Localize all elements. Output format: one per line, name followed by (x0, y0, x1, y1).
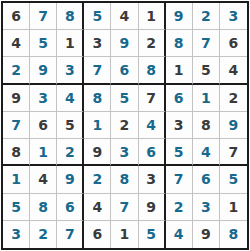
sudoku-app: 6785419234513928762937681549348576127651… (0, 0, 250, 251)
cell-r2c5[interactable]: 9 (111, 30, 138, 57)
given-digit: 2 (146, 36, 156, 50)
given-digit: 7 (229, 145, 239, 159)
filled-digit: 3 (65, 63, 75, 77)
filled-digit: 3 (201, 200, 211, 214)
cell-r7c7[interactable]: 7 (166, 166, 193, 193)
cell-r3c2[interactable]: 9 (30, 57, 57, 84)
cell-r1c1[interactable]: 6 (3, 3, 30, 30)
cell-r4c6[interactable]: 7 (139, 85, 166, 112)
cell-r7c8[interactable]: 6 (193, 166, 220, 193)
cell-r3c3[interactable]: 3 (57, 57, 84, 84)
filled-digit: 2 (201, 9, 211, 23)
filled-digit: 6 (65, 200, 75, 214)
filled-digit: 3 (120, 145, 130, 159)
filled-digit: 2 (65, 145, 75, 159)
cell-r3c8[interactable]: 5 (193, 57, 220, 84)
filled-digit: 4 (65, 91, 75, 105)
cell-r1c5[interactable]: 4 (111, 3, 138, 30)
given-digit: 9 (201, 227, 211, 241)
cell-r2c4[interactable]: 3 (84, 30, 111, 57)
cell-r2c1[interactable]: 4 (3, 30, 30, 57)
cell-r8c1[interactable]: 5 (3, 194, 30, 221)
cell-r8c2[interactable]: 8 (30, 194, 57, 221)
cell-r9c7[interactable]: 4 (166, 221, 193, 248)
given-digit: 7 (146, 91, 156, 105)
cell-r1c3[interactable]: 8 (57, 3, 84, 30)
cell-r2c8[interactable]: 7 (193, 30, 220, 57)
cell-r5c8[interactable]: 8 (193, 112, 220, 139)
filled-digit: 7 (65, 227, 75, 241)
given-digit: 9 (93, 145, 103, 159)
given-digit: 4 (229, 63, 239, 77)
filled-digit: 1 (11, 172, 21, 186)
cell-r5c4[interactable]: 1 (84, 112, 111, 139)
cell-r8c9[interactable]: 1 (220, 194, 247, 221)
filled-digit: 7 (93, 63, 103, 77)
filled-digit: 8 (146, 63, 156, 77)
filled-digit: 8 (65, 9, 75, 23)
cell-r1c6[interactable]: 1 (139, 3, 166, 30)
cell-r9c2[interactable]: 2 (30, 221, 57, 248)
filled-digit: 9 (229, 118, 239, 132)
cell-r5c9[interactable]: 9 (220, 112, 247, 139)
filled-digit: 6 (174, 91, 184, 105)
filled-digit: 9 (120, 36, 130, 50)
filled-digit: 2 (11, 63, 21, 77)
cell-r4c8[interactable]: 1 (193, 85, 220, 112)
cell-r4c5[interactable]: 5 (111, 85, 138, 112)
cell-r7c3[interactable]: 9 (57, 166, 84, 193)
cell-r6c5[interactable]: 3 (111, 139, 138, 166)
cell-r2c3[interactable]: 1 (57, 30, 84, 57)
cell-r8c8[interactable]: 3 (193, 194, 220, 221)
filled-digit: 8 (120, 172, 130, 186)
given-digit: 6 (229, 36, 239, 50)
given-digit: 5 (65, 118, 75, 132)
given-digit: 4 (38, 172, 48, 186)
cell-r7c6[interactable]: 3 (139, 166, 166, 193)
given-digit: 6 (93, 227, 103, 241)
cell-r6c9[interactable]: 7 (220, 139, 247, 166)
cell-r4c4[interactable]: 8 (84, 85, 111, 112)
cell-r3c6[interactable]: 8 (139, 57, 166, 84)
cell-r5c3[interactable]: 5 (57, 112, 84, 139)
cell-r7c1[interactable]: 1 (3, 166, 30, 193)
filled-digit: 8 (174, 36, 184, 50)
cell-r8c4[interactable]: 4 (84, 194, 111, 221)
cell-r2c6[interactable]: 2 (139, 30, 166, 57)
given-digit: 5 (201, 63, 211, 77)
cell-r9c5[interactable]: 1 (111, 221, 138, 248)
cell-r9c3[interactable]: 7 (57, 221, 84, 248)
filled-digit: 2 (174, 200, 184, 214)
cell-r6c3[interactable]: 2 (57, 139, 84, 166)
filled-digit: 3 (38, 91, 48, 105)
filled-digit: 9 (38, 63, 48, 77)
given-digit: 1 (229, 200, 239, 214)
cell-r5c7[interactable]: 3 (166, 112, 193, 139)
filled-digit: 6 (120, 63, 130, 77)
filled-digit: 7 (38, 9, 48, 23)
filled-digit: 5 (11, 200, 21, 214)
given-digit: 2 (229, 91, 239, 105)
cell-r9c4[interactable]: 6 (84, 221, 111, 248)
cell-r4c9[interactable]: 2 (220, 85, 247, 112)
given-digit: 4 (120, 9, 130, 23)
cell-r8c5[interactable]: 7 (111, 194, 138, 221)
given-digit: 1 (120, 227, 130, 241)
given-digit: 4 (11, 36, 21, 50)
filled-digit: 8 (38, 200, 48, 214)
filled-digit: 4 (174, 227, 184, 241)
given-digit: 4 (93, 200, 103, 214)
cell-r7c9[interactable]: 5 (220, 166, 247, 193)
cell-r6c7[interactable]: 5 (166, 139, 193, 166)
filled-digit: 5 (229, 172, 239, 186)
filled-digit: 5 (120, 91, 130, 105)
cell-r5c1[interactable]: 7 (3, 112, 30, 139)
given-digit: 8 (11, 145, 21, 159)
filled-digit: 4 (146, 118, 156, 132)
cell-r5c6[interactable]: 4 (139, 112, 166, 139)
filled-digit: 3 (229, 9, 239, 23)
filled-digit: 7 (174, 172, 184, 186)
given-digit: 1 (146, 9, 156, 23)
filled-digit: 1 (38, 145, 48, 159)
cell-r6c4[interactable]: 9 (84, 139, 111, 166)
filled-digit: 3 (11, 227, 21, 241)
filled-digit: 8 (229, 227, 239, 241)
cell-r1c4[interactable]: 5 (84, 3, 111, 30)
cell-r9c6[interactable]: 5 (139, 221, 166, 248)
cell-r1c8[interactable]: 2 (193, 3, 220, 30)
sudoku-board: 6785419234513928762937681549348576127651… (1, 1, 249, 250)
cell-r6c1[interactable]: 8 (3, 139, 30, 166)
given-digit: 9 (146, 200, 156, 214)
cell-r5c2[interactable]: 6 (30, 112, 57, 139)
cell-r6c6[interactable]: 6 (139, 139, 166, 166)
cell-r1c9[interactable]: 3 (220, 3, 247, 30)
cell-r7c4[interactable]: 2 (84, 166, 111, 193)
filled-digit: 5 (93, 9, 103, 23)
given-digit: 2 (120, 118, 130, 132)
cell-r1c2[interactable]: 7 (30, 3, 57, 30)
cell-r8c6[interactable]: 9 (139, 194, 166, 221)
cell-r3c7[interactable]: 1 (166, 57, 193, 84)
cell-r3c4[interactable]: 7 (84, 57, 111, 84)
filled-digit: 1 (93, 118, 103, 132)
given-digit: 6 (11, 9, 21, 23)
cell-r8c3[interactable]: 6 (57, 194, 84, 221)
filled-digit: 4 (201, 145, 211, 159)
cell-r9c8[interactable]: 9 (193, 221, 220, 248)
given-digit: 9 (11, 91, 21, 105)
cell-r2c9[interactable]: 6 (220, 30, 247, 57)
cell-r3c5[interactable]: 6 (111, 57, 138, 84)
cell-r4c3[interactable]: 4 (57, 85, 84, 112)
cell-r2c7[interactable]: 8 (166, 30, 193, 57)
cell-r7c2[interactable]: 4 (30, 166, 57, 193)
filled-digit: 1 (201, 91, 211, 105)
cell-r2c2[interactable]: 5 (30, 30, 57, 57)
cell-r6c2[interactable]: 1 (30, 139, 57, 166)
cell-r3c1[interactable]: 2 (3, 57, 30, 84)
cell-r8c7[interactable]: 2 (166, 194, 193, 221)
given-digit: 3 (93, 36, 103, 50)
cell-r3c9[interactable]: 4 (220, 57, 247, 84)
filled-digit: 7 (201, 36, 211, 50)
cell-r7c5[interactable]: 8 (111, 166, 138, 193)
given-digit: 8 (201, 118, 211, 132)
filled-digit: 5 (38, 36, 48, 50)
filled-digit: 7 (120, 200, 130, 214)
filled-digit: 9 (174, 9, 184, 23)
cell-r4c2[interactable]: 3 (30, 85, 57, 112)
filled-digit: 8 (93, 91, 103, 105)
cell-r4c7[interactable]: 6 (166, 85, 193, 112)
cell-r4c1[interactable]: 9 (3, 85, 30, 112)
filled-digit: 6 (146, 145, 156, 159)
filled-digit: 2 (93, 172, 103, 186)
given-digit: 1 (65, 36, 75, 50)
cell-r6c8[interactable]: 4 (193, 139, 220, 166)
cell-r9c9[interactable]: 8 (220, 221, 247, 248)
cell-r1c7[interactable]: 9 (166, 3, 193, 30)
filled-digit: 9 (65, 172, 75, 186)
cell-r5c5[interactable]: 2 (111, 112, 138, 139)
filled-digit: 5 (174, 145, 184, 159)
filled-digit: 6 (201, 172, 211, 186)
cell-r9c1[interactable]: 3 (3, 221, 30, 248)
filled-digit: 5 (146, 227, 156, 241)
filled-digit: 7 (11, 118, 21, 132)
given-digit: 1 (174, 63, 184, 77)
given-digit: 3 (174, 118, 184, 132)
filled-digit: 2 (38, 227, 48, 241)
given-digit: 6 (38, 118, 48, 132)
given-digit: 3 (146, 172, 156, 186)
